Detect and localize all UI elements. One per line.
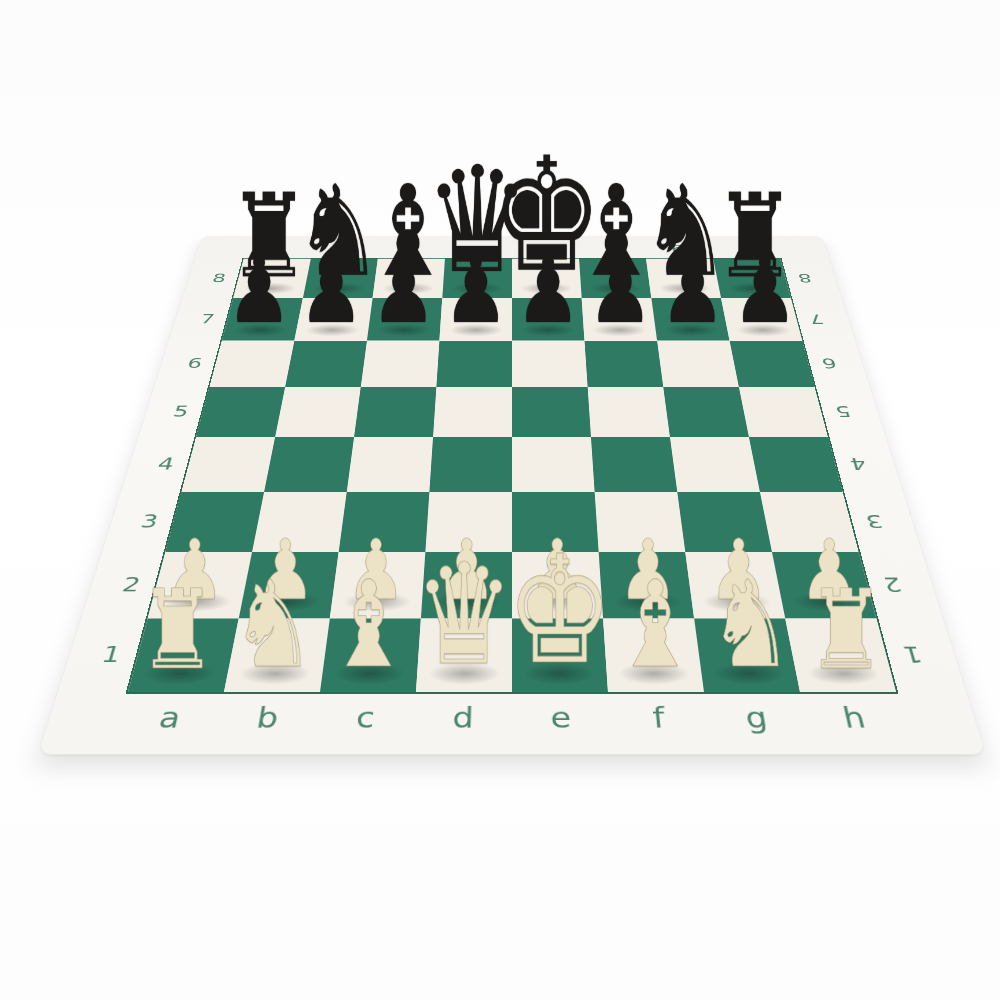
rank-label-right-4: 4: [847, 454, 868, 473]
square-c4: [347, 437, 433, 492]
square-g6: [657, 341, 739, 387]
square-e1: ♚: [512, 618, 608, 692]
square-h4: [749, 437, 843, 492]
file-label-bottom-c: c: [354, 695, 376, 734]
square-b4: [264, 437, 354, 492]
rank-label-left-7: 7: [198, 311, 216, 326]
square-b7: ♟: [294, 298, 372, 341]
white-queen-d1: ♛: [414, 546, 514, 685]
square-c5: [354, 387, 436, 437]
black-pawn-g7: ♟: [660, 245, 726, 337]
square-d1: ♛: [416, 618, 512, 692]
white-knight-b1: ♞: [230, 566, 316, 685]
black-pawn-b7: ♟: [298, 245, 364, 337]
square-e7: ♟: [512, 298, 585, 341]
square-h6: [730, 341, 815, 387]
square-e4: [512, 437, 595, 492]
rank-label-right-7: 7: [808, 311, 826, 326]
square-c6: [361, 341, 440, 387]
rank-label-left-3: 3: [138, 511, 160, 532]
square-a6: [210, 341, 295, 387]
square-b1: ♞: [224, 618, 330, 692]
black-pawn-a7: ♟: [226, 245, 292, 337]
file-label-bottom-a: a: [156, 695, 186, 734]
rank-label-right-8: 8: [796, 271, 813, 285]
rank-label-right-3: 3: [863, 511, 885, 532]
square-g5: [663, 387, 749, 437]
file-label-bottom-e: e: [550, 695, 572, 734]
square-g7: ♟: [651, 298, 729, 341]
rank-label-left-4: 4: [155, 454, 176, 473]
square-a5: [196, 387, 285, 437]
rank-label-left-6: 6: [185, 355, 204, 371]
square-h1: ♜: [785, 618, 896, 692]
file-label-bottom-f: f: [650, 695, 666, 734]
chess-board: ♜♞♝♛♚♝♞♜♟♟♟♟♟♟♟♟♟♟♟♟♟♟♟♟♜♞♝♛♚♝♞♜: [128, 259, 896, 692]
file-label-bottom-b: b: [254, 695, 282, 734]
product-photo-scene: abcdefgh 87654321 ♜♞♝♛♚♝♞♜♟♟♟♟♟♟♟♟♟♟♟♟♟♟…: [0, 0, 1000, 1000]
square-a7: ♟: [222, 298, 303, 341]
black-pawn-h7: ♟: [732, 245, 798, 337]
rank-label-right-1: 1: [900, 641, 925, 667]
rank-label-right-6: 6: [820, 355, 839, 371]
board-frame: ♜♞♝♛♚♝♞♜♟♟♟♟♟♟♟♟♟♟♟♟♟♟♟♟♜♞♝♛♚♝♞♜: [126, 258, 899, 694]
square-f4: [591, 437, 677, 492]
square-b5: [275, 387, 361, 437]
rank-label-left-8: 8: [211, 271, 228, 285]
black-pawn-f7: ♟: [587, 245, 653, 337]
white-rook-h1: ♜: [807, 576, 886, 685]
black-pawn-d7: ♟: [443, 245, 509, 337]
square-a1: ♜: [128, 618, 239, 692]
square-f6: [585, 341, 664, 387]
square-b6: [285, 341, 367, 387]
square-c1: ♝: [320, 618, 421, 692]
square-f1: ♝: [603, 618, 704, 692]
rank-label-left-5: 5: [171, 402, 191, 420]
file-labels-bottom: abcdefgh: [111, 695, 912, 754]
square-f5: [588, 387, 670, 437]
file-label-bottom-d: d: [452, 695, 475, 734]
square-h7: ♟: [721, 298, 802, 341]
board-mat: abcdefgh 87654321 ♜♞♝♛♚♝♞♜♟♟♟♟♟♟♟♟♟♟♟♟♟♟…: [38, 236, 985, 755]
file-label-bottom-g: g: [742, 695, 770, 734]
square-f7: ♟: [582, 298, 657, 341]
rank-label-left-1: 1: [99, 641, 124, 667]
square-d4: [429, 437, 512, 492]
black-pawn-e7: ♟: [515, 245, 581, 337]
square-e6: [512, 341, 588, 387]
rank-label-right-5: 5: [833, 402, 853, 420]
white-rook-a1: ♜: [138, 576, 217, 685]
square-d7: ♟: [439, 298, 512, 341]
white-bishop-c1: ♝: [326, 566, 412, 685]
white-king-e1: ♚: [506, 536, 613, 685]
file-label-bottom-h: h: [838, 695, 868, 734]
white-bishop-f1: ♝: [612, 566, 698, 685]
square-e5: [512, 387, 591, 437]
square-d6: [436, 341, 512, 387]
white-knight-g1: ♞: [708, 566, 794, 685]
square-d5: [433, 387, 512, 437]
square-g4: [670, 437, 760, 492]
square-c7: ♟: [367, 298, 442, 341]
square-g1: ♞: [694, 618, 800, 692]
square-h5: [739, 387, 828, 437]
square-a4: [181, 437, 275, 492]
black-pawn-c7: ♟: [371, 245, 437, 337]
